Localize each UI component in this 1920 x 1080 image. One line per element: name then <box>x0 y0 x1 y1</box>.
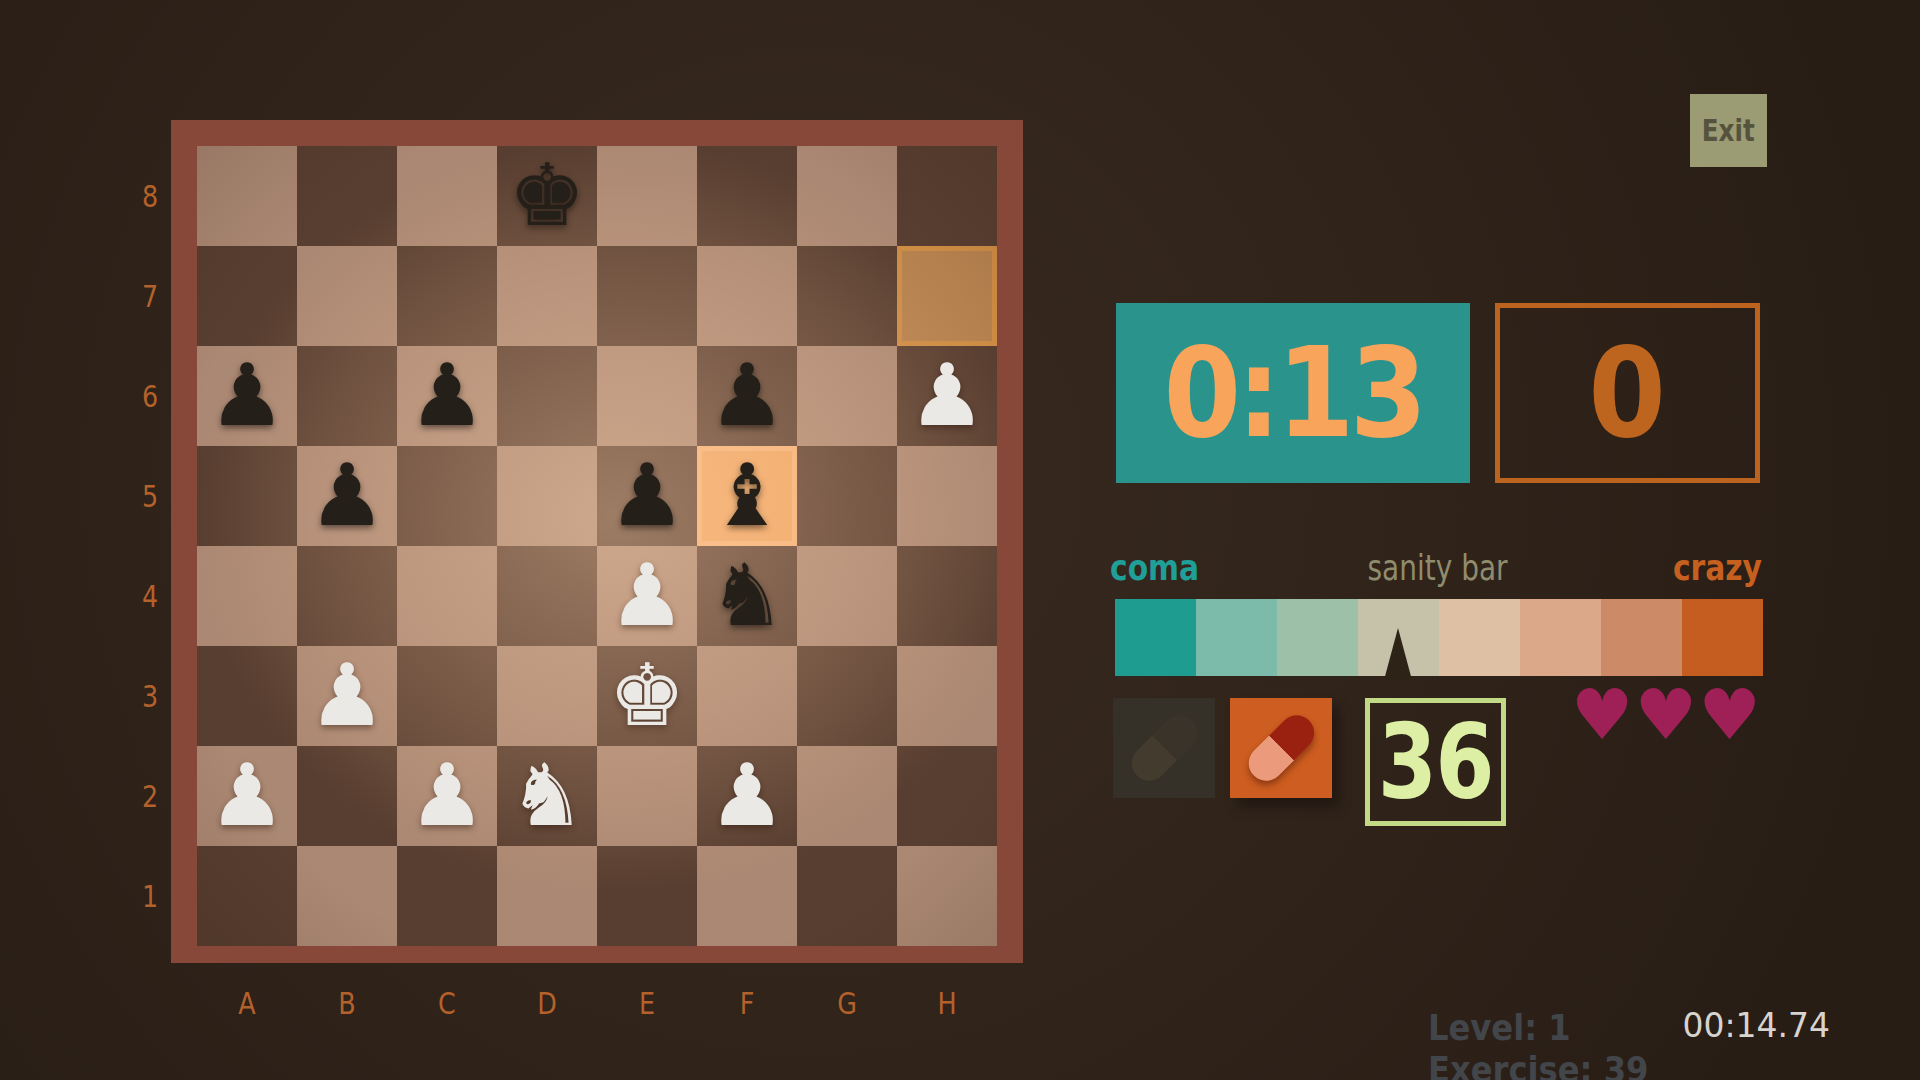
piece-black-pawn-b5[interactable]: ♟ <box>297 446 397 546</box>
file-label-E: E <box>606 978 688 1028</box>
exit-label: Exit <box>1702 113 1755 148</box>
file-label-H: H <box>906 978 988 1028</box>
level-text: Level: 1 <box>1428 1008 1571 1048</box>
piece-white-pawn-e4[interactable]: ♟ <box>597 546 697 646</box>
score-box: 0 <box>1495 303 1760 483</box>
pill-slot-inactive[interactable] <box>1113 698 1215 798</box>
session-timer: 00:14.74 <box>1682 1006 1830 1045</box>
piece-black-king-d8[interactable]: ♚ <box>497 146 597 246</box>
exit-button[interactable]: Exit <box>1690 94 1767 167</box>
file-label-G: G <box>806 978 888 1028</box>
rank-label-1: 1 <box>135 846 165 946</box>
sanity-segment-3 <box>1277 599 1358 676</box>
rank-label-7: 7 <box>135 246 165 346</box>
pill-counter-value: 36 <box>1378 701 1493 823</box>
sanity-segment-1 <box>1115 599 1196 676</box>
sanity-label-crazy: crazy <box>1658 548 1762 588</box>
file-label-F: F <box>706 978 788 1028</box>
lives-hearts: ♥♥♥ <box>1522 680 1762 750</box>
piece-black-pawn-c6[interactable]: ♟ <box>397 346 497 446</box>
piece-black-pawn-f6[interactable]: ♟ <box>697 346 797 446</box>
piece-white-knight-d2[interactable]: ♞ <box>497 746 597 846</box>
countdown-timer-value: 0:13 <box>1163 321 1423 465</box>
piece-white-pawn-f2[interactable]: ♟ <box>697 746 797 846</box>
rank-label-6: 6 <box>135 346 165 446</box>
sanity-segment-5 <box>1439 599 1520 676</box>
piece-black-pawn-e5[interactable]: ♟ <box>597 446 697 546</box>
exercise-text: Exercise: 39 <box>1428 1050 1649 1080</box>
piece-white-pawn-c2[interactable]: ♟ <box>397 746 497 846</box>
sanity-pointer <box>1384 628 1412 680</box>
piece-white-pawn-b3[interactable]: ♟ <box>297 646 397 746</box>
piece-white-pawn-a2[interactable]: ♟ <box>197 746 297 846</box>
pill-icon <box>1241 708 1321 788</box>
rank-label-3: 3 <box>135 646 165 746</box>
rank-label-4: 4 <box>135 546 165 646</box>
rank-label-5: 5 <box>135 446 165 546</box>
sanity-segment-6 <box>1520 599 1601 676</box>
file-label-D: D <box>506 978 588 1028</box>
piece-black-knight-f4[interactable]: ♞ <box>697 546 797 646</box>
sanity-segment-2 <box>1196 599 1277 676</box>
piece-white-king-e3[interactable]: ♚ <box>597 646 697 746</box>
piece-black-pawn-a6[interactable]: ♟ <box>197 346 297 446</box>
rank-label-2: 2 <box>135 746 165 846</box>
file-label-C: C <box>406 978 488 1028</box>
piece-black-bishop-f5[interactable]: ♝ <box>697 446 797 546</box>
pill-icon-faint <box>1124 708 1204 788</box>
countdown-timer: 0:13 <box>1116 303 1470 483</box>
game-screen: ♚♟♟♟♟♟♟♝♟♞♟♚♟♟♞♟ 87654321 ABCDEFGH Exit … <box>0 0 1920 1080</box>
sanity-label-coma: coma <box>1110 548 1212 588</box>
sanity-segment-7 <box>1601 599 1682 676</box>
chess-board-frame: ♚♟♟♟♟♟♟♝♟♞♟♚♟♟♞♟ <box>171 120 1023 963</box>
pill-slot-active[interactable] <box>1230 698 1332 798</box>
sanity-bar <box>1115 599 1763 676</box>
piece-white-pawn-h6[interactable]: ♟ <box>897 346 997 446</box>
rank-label-8: 8 <box>135 146 165 246</box>
file-label-B: B <box>306 978 388 1028</box>
file-label-A: A <box>206 978 288 1028</box>
score-value: 0 <box>1589 321 1667 465</box>
sanity-segment-8 <box>1682 599 1763 676</box>
pill-counter: 36 <box>1365 698 1506 826</box>
sanity-bar-title: sanity bar <box>1312 548 1564 588</box>
piece-layer: ♚♟♟♟♟♟♟♝♟♞♟♚♟♟♞♟ <box>197 146 997 946</box>
